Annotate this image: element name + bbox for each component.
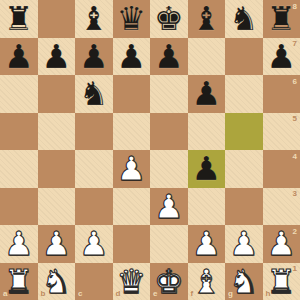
coord-rank-5: 5	[293, 115, 297, 123]
square-a6[interactable]	[0, 75, 38, 113]
square-d6[interactable]	[113, 75, 151, 113]
black-pawn-a7[interactable]: ♟	[4, 38, 34, 76]
square-a5[interactable]	[0, 113, 38, 151]
square-h3[interactable]: 3	[263, 188, 301, 226]
white-king-e1[interactable]: ♚	[154, 263, 184, 300]
square-d3[interactable]	[113, 188, 151, 226]
square-c6[interactable]: ♞	[75, 75, 113, 113]
square-a7[interactable]: ♟	[0, 38, 38, 76]
coord-rank-4: 4	[293, 153, 297, 161]
square-g1[interactable]: ♞g	[225, 263, 263, 300]
white-pawn-f2[interactable]: ♟	[191, 225, 221, 263]
square-g6[interactable]	[225, 75, 263, 113]
square-a2[interactable]: ♟	[0, 225, 38, 263]
coord-file-f: f	[191, 290, 194, 298]
square-g2[interactable]: ♟	[225, 225, 263, 263]
square-g7[interactable]	[225, 38, 263, 76]
black-pawn-f4[interactable]: ♟	[191, 150, 221, 188]
square-e6[interactable]	[150, 75, 188, 113]
square-h1[interactable]: ♜1h	[263, 263, 301, 300]
square-b7[interactable]: ♟	[38, 38, 76, 76]
square-d1[interactable]: ♛d	[113, 263, 151, 300]
square-g3[interactable]	[225, 188, 263, 226]
square-d2[interactable]	[113, 225, 151, 263]
square-d5[interactable]	[113, 113, 151, 151]
black-pawn-e7[interactable]: ♟	[154, 38, 184, 76]
square-e7[interactable]: ♟	[150, 38, 188, 76]
square-g4[interactable]	[225, 150, 263, 188]
coord-file-e: e	[153, 290, 157, 298]
square-c2[interactable]: ♟	[75, 225, 113, 263]
square-a8[interactable]: ♜	[0, 0, 38, 38]
square-c8[interactable]: ♝	[75, 0, 113, 38]
black-knight-g8[interactable]: ♞	[229, 0, 259, 38]
square-c7[interactable]: ♟	[75, 38, 113, 76]
square-h7[interactable]: ♟7	[263, 38, 301, 76]
black-pawn-f6[interactable]: ♟	[191, 75, 221, 113]
square-d8[interactable]: ♛	[113, 0, 151, 38]
square-c3[interactable]	[75, 188, 113, 226]
square-c5[interactable]	[75, 113, 113, 151]
square-a4[interactable]	[0, 150, 38, 188]
coord-rank-2: 2	[293, 228, 297, 236]
black-pawn-b7[interactable]: ♟	[41, 38, 71, 76]
black-knight-c6[interactable]: ♞	[79, 75, 109, 113]
square-a1[interactable]: ♜a	[0, 263, 38, 300]
square-e8[interactable]: ♚	[150, 0, 188, 38]
white-pawn-e3[interactable]: ♟	[154, 188, 184, 226]
coord-file-b: b	[41, 290, 46, 298]
square-b5[interactable]	[38, 113, 76, 151]
coord-file-g: g	[228, 290, 233, 298]
square-b4[interactable]	[38, 150, 76, 188]
black-queen-d8[interactable]: ♛	[116, 0, 146, 38]
white-pawn-c2[interactable]: ♟	[79, 225, 109, 263]
white-queen-d1[interactable]: ♛	[116, 263, 146, 300]
white-rook-a1[interactable]: ♜	[4, 263, 34, 300]
square-f1[interactable]: ♝f	[188, 263, 226, 300]
black-bishop-f8[interactable]: ♝	[191, 0, 221, 38]
white-pawn-a2[interactable]: ♟	[4, 225, 34, 263]
square-e2[interactable]	[150, 225, 188, 263]
coord-file-h: h	[266, 290, 271, 298]
square-f7[interactable]	[188, 38, 226, 76]
black-rook-a8[interactable]: ♜	[4, 0, 34, 38]
coord-rank-7: 7	[293, 40, 297, 48]
square-h2[interactable]: ♟2	[263, 225, 301, 263]
square-c4[interactable]	[75, 150, 113, 188]
square-h6[interactable]: 6	[263, 75, 301, 113]
coord-rank-8: 8	[293, 3, 297, 11]
square-b2[interactable]: ♟	[38, 225, 76, 263]
coord-file-c: c	[78, 290, 82, 298]
white-knight-b1[interactable]: ♞	[41, 263, 71, 300]
chess-board: ♜♝♛♚♝♞♜8♟♟♟♟♟♟7♞♟65♟♟4♟3♟♟♟♟♟♟2♜a♞bc♛d♚e…	[0, 0, 300, 300]
white-pawn-b2[interactable]: ♟	[41, 225, 71, 263]
coord-file-a: a	[3, 290, 7, 298]
square-g8[interactable]: ♞	[225, 0, 263, 38]
black-king-e8[interactable]: ♚	[154, 0, 184, 38]
square-a3[interactable]	[0, 188, 38, 226]
square-f5[interactable]	[188, 113, 226, 151]
square-b6[interactable]	[38, 75, 76, 113]
square-b3[interactable]	[38, 188, 76, 226]
coord-rank-6: 6	[293, 78, 297, 86]
white-pawn-g2[interactable]: ♟	[229, 225, 259, 263]
square-h5[interactable]: 5	[263, 113, 301, 151]
square-e4[interactable]	[150, 150, 188, 188]
white-pawn-d4[interactable]: ♟	[116, 150, 146, 188]
square-f3[interactable]	[188, 188, 226, 226]
square-e1[interactable]: ♚e	[150, 263, 188, 300]
square-f8[interactable]: ♝	[188, 0, 226, 38]
square-g5[interactable]	[225, 113, 263, 151]
coord-rank-1: 1	[293, 265, 297, 273]
square-d7[interactable]: ♟	[113, 38, 151, 76]
square-b1[interactable]: ♞b	[38, 263, 76, 300]
square-h8[interactable]: ♜8	[263, 0, 301, 38]
square-f6[interactable]: ♟	[188, 75, 226, 113]
square-e3[interactable]: ♟	[150, 188, 188, 226]
square-h4[interactable]: 4	[263, 150, 301, 188]
black-pawn-d7[interactable]: ♟	[116, 38, 146, 76]
black-bishop-c8[interactable]: ♝	[79, 0, 109, 38]
white-bishop-f1[interactable]: ♝	[191, 263, 221, 300]
square-b8[interactable]	[38, 0, 76, 38]
square-f2[interactable]: ♟	[188, 225, 226, 263]
coord-rank-3: 3	[293, 190, 297, 198]
square-f4[interactable]: ♟	[188, 150, 226, 188]
square-d4[interactable]: ♟	[113, 150, 151, 188]
black-pawn-c7[interactable]: ♟	[79, 38, 109, 76]
coord-file-d: d	[116, 290, 121, 298]
square-e5[interactable]	[150, 113, 188, 151]
square-c1[interactable]: c	[75, 263, 113, 300]
white-knight-g1[interactable]: ♞	[229, 263, 259, 300]
